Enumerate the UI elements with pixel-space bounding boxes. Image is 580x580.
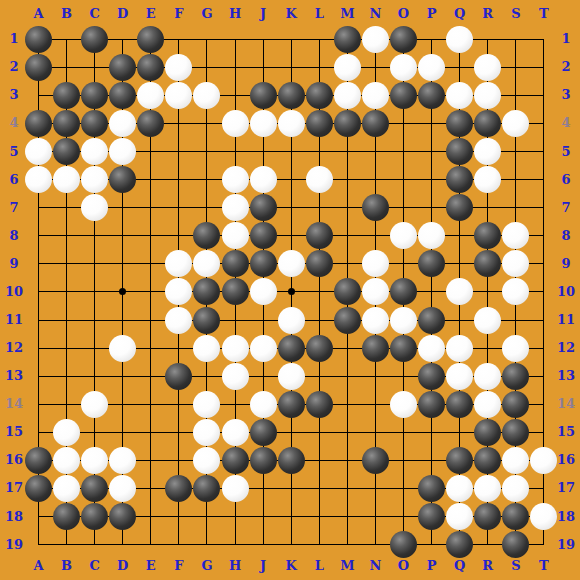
column-label-top-s: S (502, 6, 530, 22)
stone-white-s9 (502, 250, 529, 277)
stone-black-r15 (474, 419, 501, 446)
stone-black-r9 (474, 250, 501, 277)
go-board[interactable]: AABBCCDDEEFFGGHHJJKKLLMMNNOOPPQQRRSSTT11… (0, 0, 580, 580)
row-label-right-9: 9 (552, 256, 580, 272)
stone-black-r8 (474, 222, 501, 249)
stone-white-o14 (390, 391, 417, 418)
stone-black-l14 (306, 391, 333, 418)
stone-white-t18 (530, 503, 557, 530)
stone-black-q4 (446, 110, 473, 137)
stone-black-b18 (53, 503, 80, 530)
row-label-right-15: 15 (552, 424, 580, 440)
stone-black-j7 (250, 194, 277, 221)
column-label-top-t: T (530, 6, 558, 22)
stone-white-t16 (530, 447, 557, 474)
row-label-left-12: 12 (0, 340, 28, 356)
stone-black-a1 (25, 26, 52, 53)
column-label-bottom-f: F (165, 558, 193, 574)
stone-white-r13 (474, 363, 501, 390)
stone-white-k11 (278, 307, 305, 334)
row-label-left-6: 6 (0, 172, 28, 188)
column-label-bottom-s: S (502, 558, 530, 574)
row-label-right-12: 12 (552, 340, 580, 356)
stone-white-c6 (81, 166, 108, 193)
stone-white-h7 (222, 194, 249, 221)
stone-black-a17 (25, 475, 52, 502)
stone-white-s12 (502, 335, 529, 362)
stone-black-o1 (390, 26, 417, 53)
stone-black-r16 (474, 447, 501, 474)
stone-black-m4 (334, 110, 361, 137)
stone-black-o10 (390, 278, 417, 305)
column-label-top-f: F (165, 6, 193, 22)
stone-white-p8 (418, 222, 445, 249)
stone-black-f17 (165, 475, 192, 502)
stone-black-g8 (193, 222, 220, 249)
column-label-bottom-m: M (333, 558, 361, 574)
stone-black-q6 (446, 166, 473, 193)
stone-black-s19 (502, 531, 529, 558)
stone-black-c4 (81, 110, 108, 137)
stone-black-p18 (418, 503, 445, 530)
stone-black-j9 (250, 250, 277, 277)
stone-white-j14 (250, 391, 277, 418)
row-label-left-7: 7 (0, 200, 28, 216)
column-label-top-d: D (109, 6, 137, 22)
stone-white-d4 (109, 110, 136, 137)
stone-white-k4 (278, 110, 305, 137)
stone-black-j15 (250, 419, 277, 446)
stone-white-o11 (390, 307, 417, 334)
row-label-right-14: 14 (552, 396, 580, 412)
stone-white-d5 (109, 138, 136, 165)
stone-white-q17 (446, 475, 473, 502)
stone-white-c7 (81, 194, 108, 221)
row-label-right-2: 2 (552, 59, 580, 75)
stone-black-q14 (446, 391, 473, 418)
column-label-bottom-h: H (221, 558, 249, 574)
stone-white-g14 (193, 391, 220, 418)
column-label-bottom-d: D (109, 558, 137, 574)
stone-white-g16 (193, 447, 220, 474)
grid-line-horizontal (39, 432, 544, 433)
stone-white-f11 (165, 307, 192, 334)
stone-white-r5 (474, 138, 501, 165)
stone-black-g17 (193, 475, 220, 502)
stone-white-q3 (446, 82, 473, 109)
stone-black-l4 (306, 110, 333, 137)
stone-white-f3 (165, 82, 192, 109)
row-label-right-11: 11 (552, 312, 580, 328)
stone-black-r18 (474, 503, 501, 530)
column-label-bottom-q: Q (446, 558, 474, 574)
stone-white-n9 (362, 250, 389, 277)
stone-black-c1 (81, 26, 108, 53)
stone-white-m3 (334, 82, 361, 109)
column-label-bottom-c: C (81, 558, 109, 574)
stone-white-c14 (81, 391, 108, 418)
stone-black-m1 (334, 26, 361, 53)
row-label-right-5: 5 (552, 144, 580, 160)
row-label-right-4: 4 (552, 115, 580, 131)
row-label-left-8: 8 (0, 228, 28, 244)
stone-white-n3 (362, 82, 389, 109)
stone-black-h9 (222, 250, 249, 277)
column-label-bottom-g: G (193, 558, 221, 574)
column-label-top-m: M (333, 6, 361, 22)
stone-white-q18 (446, 503, 473, 530)
column-label-top-e: E (137, 6, 165, 22)
row-label-left-14: 14 (0, 396, 28, 412)
column-label-bottom-j: J (249, 558, 277, 574)
stone-black-e1 (137, 26, 164, 53)
stone-black-p13 (418, 363, 445, 390)
stone-black-o12 (390, 335, 417, 362)
row-label-left-2: 2 (0, 59, 28, 75)
stone-white-p2 (418, 54, 445, 81)
stone-black-h10 (222, 278, 249, 305)
stone-white-c5 (81, 138, 108, 165)
stone-black-k12 (278, 335, 305, 362)
column-label-top-n: N (361, 6, 389, 22)
stone-white-a5 (25, 138, 52, 165)
stone-black-b5 (53, 138, 80, 165)
stone-white-l6 (306, 166, 333, 193)
row-label-left-17: 17 (0, 480, 28, 496)
column-label-top-l: L (305, 6, 333, 22)
stone-black-d2 (109, 54, 136, 81)
column-label-bottom-p: P (418, 558, 446, 574)
stone-black-n7 (362, 194, 389, 221)
column-label-bottom-n: N (361, 558, 389, 574)
row-label-right-17: 17 (552, 480, 580, 496)
stone-white-h8 (222, 222, 249, 249)
stone-black-q19 (446, 531, 473, 558)
row-label-left-11: 11 (0, 312, 28, 328)
stone-black-s14 (502, 391, 529, 418)
stone-black-n4 (362, 110, 389, 137)
row-label-right-3: 3 (552, 87, 580, 103)
stone-white-o2 (390, 54, 417, 81)
stone-white-h13 (222, 363, 249, 390)
stone-white-p12 (418, 335, 445, 362)
stone-black-o19 (390, 531, 417, 558)
stone-white-k9 (278, 250, 305, 277)
row-label-right-7: 7 (552, 200, 580, 216)
stone-black-k3 (278, 82, 305, 109)
column-label-bottom-b: B (53, 558, 81, 574)
row-label-left-9: 9 (0, 256, 28, 272)
stone-black-p3 (418, 82, 445, 109)
stone-white-g15 (193, 419, 220, 446)
stone-white-q13 (446, 363, 473, 390)
star-point-d10 (119, 288, 126, 295)
stone-black-g11 (193, 307, 220, 334)
stone-white-s17 (502, 475, 529, 502)
stone-white-s16 (502, 447, 529, 474)
stone-white-h4 (222, 110, 249, 137)
column-label-top-o: O (390, 6, 418, 22)
column-label-top-r: R (474, 6, 502, 22)
stone-white-b17 (53, 475, 80, 502)
stone-black-n12 (362, 335, 389, 362)
stone-black-o3 (390, 82, 417, 109)
stone-black-a4 (25, 110, 52, 137)
stone-black-c18 (81, 503, 108, 530)
stone-white-o8 (390, 222, 417, 249)
stone-white-r6 (474, 166, 501, 193)
row-label-left-19: 19 (0, 537, 28, 553)
stone-white-h17 (222, 475, 249, 502)
stone-white-f9 (165, 250, 192, 277)
stone-black-p11 (418, 307, 445, 334)
stone-black-j16 (250, 447, 277, 474)
row-label-left-5: 5 (0, 144, 28, 160)
stone-white-d17 (109, 475, 136, 502)
column-label-top-c: C (81, 6, 109, 22)
stone-black-n16 (362, 447, 389, 474)
grid-line-vertical (431, 39, 432, 544)
stone-black-c3 (81, 82, 108, 109)
row-label-right-10: 10 (552, 284, 580, 300)
stone-black-c17 (81, 475, 108, 502)
stone-white-s4 (502, 110, 529, 137)
stone-white-j10 (250, 278, 277, 305)
column-label-top-j: J (249, 6, 277, 22)
stone-black-a16 (25, 447, 52, 474)
stone-white-d16 (109, 447, 136, 474)
stone-white-r17 (474, 475, 501, 502)
row-label-left-15: 15 (0, 424, 28, 440)
stone-white-g9 (193, 250, 220, 277)
stone-black-b3 (53, 82, 80, 109)
stone-white-b15 (53, 419, 80, 446)
stone-white-k13 (278, 363, 305, 390)
stone-black-r4 (474, 110, 501, 137)
stone-black-a2 (25, 54, 52, 81)
stone-white-f2 (165, 54, 192, 81)
stone-black-e4 (137, 110, 164, 137)
column-label-bottom-o: O (390, 558, 418, 574)
stone-white-j6 (250, 166, 277, 193)
column-label-bottom-k: K (277, 558, 305, 574)
stone-black-m11 (334, 307, 361, 334)
stone-black-d3 (109, 82, 136, 109)
stone-black-l9 (306, 250, 333, 277)
star-point-k10 (288, 288, 295, 295)
stone-white-h6 (222, 166, 249, 193)
stone-white-s10 (502, 278, 529, 305)
column-label-top-q: Q (446, 6, 474, 22)
stone-white-m2 (334, 54, 361, 81)
stone-black-s18 (502, 503, 529, 530)
stone-black-s13 (502, 363, 529, 390)
stone-black-l12 (306, 335, 333, 362)
stone-black-q7 (446, 194, 473, 221)
column-label-bottom-a: A (25, 558, 53, 574)
column-label-top-p: P (418, 6, 446, 22)
stone-white-s8 (502, 222, 529, 249)
stone-white-h15 (222, 419, 249, 446)
stone-black-j8 (250, 222, 277, 249)
row-label-right-6: 6 (552, 172, 580, 188)
stone-white-q1 (446, 26, 473, 53)
stone-black-j3 (250, 82, 277, 109)
column-label-bottom-e: E (137, 558, 165, 574)
stone-white-d12 (109, 335, 136, 362)
stone-white-a6 (25, 166, 52, 193)
stone-white-b16 (53, 447, 80, 474)
row-label-left-16: 16 (0, 452, 28, 468)
stone-black-q16 (446, 447, 473, 474)
stone-black-l3 (306, 82, 333, 109)
stone-white-n1 (362, 26, 389, 53)
stone-black-p14 (418, 391, 445, 418)
stone-white-n11 (362, 307, 389, 334)
stone-white-g3 (193, 82, 220, 109)
stone-white-g12 (193, 335, 220, 362)
column-label-top-g: G (193, 6, 221, 22)
stone-black-d18 (109, 503, 136, 530)
stone-white-r2 (474, 54, 501, 81)
stone-white-f10 (165, 278, 192, 305)
column-label-bottom-r: R (474, 558, 502, 574)
stone-black-h16 (222, 447, 249, 474)
row-label-left-10: 10 (0, 284, 28, 300)
row-label-right-13: 13 (552, 368, 580, 384)
column-label-bottom-l: L (305, 558, 333, 574)
stone-white-q12 (446, 335, 473, 362)
row-label-left-3: 3 (0, 87, 28, 103)
stone-black-p17 (418, 475, 445, 502)
column-label-bottom-t: T (530, 558, 558, 574)
stone-black-f13 (165, 363, 192, 390)
stone-black-g10 (193, 278, 220, 305)
row-label-left-18: 18 (0, 509, 28, 525)
stone-white-b6 (53, 166, 80, 193)
stone-white-c16 (81, 447, 108, 474)
stone-black-m10 (334, 278, 361, 305)
stone-white-n10 (362, 278, 389, 305)
column-label-top-h: H (221, 6, 249, 22)
stone-black-s15 (502, 419, 529, 446)
row-label-right-8: 8 (552, 228, 580, 244)
stone-white-q10 (446, 278, 473, 305)
row-label-right-1: 1 (552, 31, 580, 47)
stone-white-j12 (250, 335, 277, 362)
column-label-top-b: B (53, 6, 81, 22)
stone-black-l8 (306, 222, 333, 249)
stone-black-k16 (278, 447, 305, 474)
stone-black-k14 (278, 391, 305, 418)
stone-white-r3 (474, 82, 501, 109)
stone-black-e2 (137, 54, 164, 81)
column-label-top-k: K (277, 6, 305, 22)
row-label-left-13: 13 (0, 368, 28, 384)
stone-black-b4 (53, 110, 80, 137)
row-label-left-1: 1 (0, 31, 28, 47)
stone-white-j4 (250, 110, 277, 137)
stone-black-d6 (109, 166, 136, 193)
stone-black-p9 (418, 250, 445, 277)
row-label-left-4: 4 (0, 115, 28, 131)
stone-white-h12 (222, 335, 249, 362)
column-label-top-a: A (25, 6, 53, 22)
stone-white-r11 (474, 307, 501, 334)
stone-black-q5 (446, 138, 473, 165)
stone-white-r14 (474, 391, 501, 418)
row-label-right-19: 19 (552, 537, 580, 553)
stone-white-e3 (137, 82, 164, 109)
